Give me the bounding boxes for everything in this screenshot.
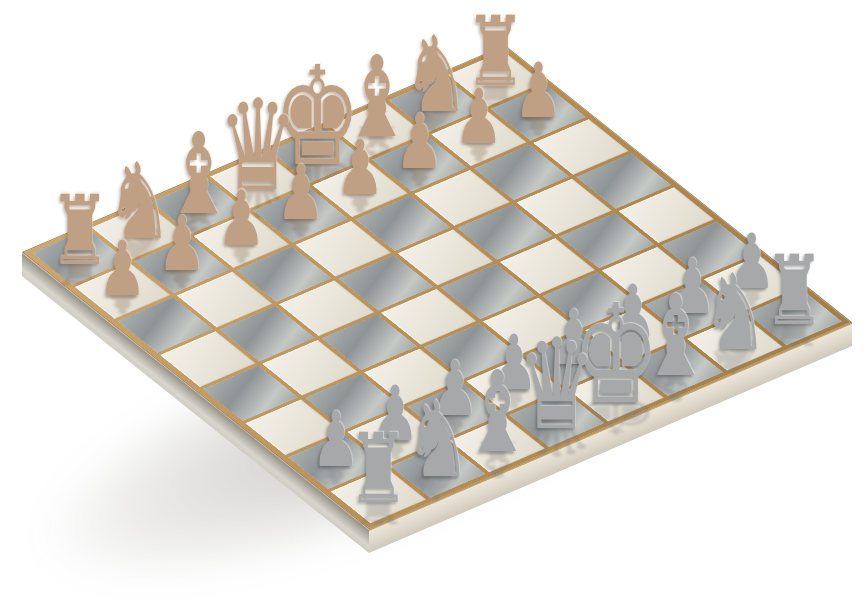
piece-wood-rook: ♜	[465, 4, 527, 100]
chess-set-photo: ♜♜♞♞♝♝♛♛♚♚♝♝♞♞♜♜♟♟♟♟♟♟♟♟♟♟♟♟♟♟♟♟♟♟♟♟♟♟♟♟…	[0, 0, 867, 600]
